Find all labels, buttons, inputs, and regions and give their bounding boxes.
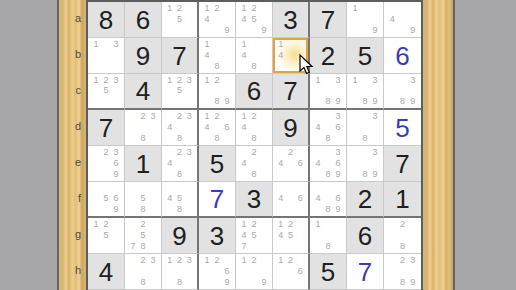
pencil-mark-3: 3 [333, 147, 343, 158]
pencil-mark-1: 1 [350, 75, 360, 86]
pencil-marks: 2578 [128, 219, 158, 252]
cell-f9[interactable]: 1 [384, 182, 421, 218]
cell-f2[interactable]: 58 [125, 182, 162, 218]
pencil-marks: 1238 [165, 255, 194, 288]
pencil-mark-6: 6 [333, 158, 343, 169]
cell-value-given: 6 [125, 2, 161, 37]
cell-h9[interactable]: 2389 [384, 254, 421, 290]
pencil-marks: 1235 [91, 75, 121, 107]
pencil-mark-3: 3 [148, 255, 158, 266]
cell-a8[interactable]: 19 [347, 2, 384, 38]
pencil-mark-9: 9 [222, 277, 232, 288]
pencil-mark-9: 9 [111, 169, 121, 180]
pencil-mark-2: 2 [175, 3, 185, 14]
pencil-mark-1: 1 [165, 3, 175, 14]
pencil-mark-4: 4 [313, 122, 323, 133]
wood-border-right [423, 0, 453, 290]
cell-e8[interactable]: 389 [347, 146, 384, 182]
pencil-mark-8: 8 [212, 96, 222, 107]
cell-g3[interactable]: 9 [162, 218, 199, 254]
pencil-mark-5: 5 [286, 230, 296, 241]
cell-value-given: 7 [88, 110, 124, 145]
pencil-mark-8: 8 [175, 277, 185, 288]
cell-e2[interactable]: 1 [125, 146, 162, 182]
pencil-marks: 1289 [202, 75, 232, 107]
pencil-mark-6: 6 [295, 158, 305, 169]
cell-value-given: 3 [273, 2, 308, 37]
pencil-mark-2: 2 [397, 255, 407, 266]
pencil-mark-1: 1 [91, 219, 101, 230]
cell-a5[interactable]: 12459 [236, 2, 273, 38]
pencil-mark-4: 4 [202, 50, 212, 61]
cell-h1[interactable]: 4 [88, 254, 125, 290]
pencil-mark-1: 1 [202, 39, 212, 50]
pencil-mark-3: 3 [333, 75, 343, 86]
pencil-mark-9: 9 [333, 169, 343, 180]
pencil-mark-2: 2 [212, 111, 222, 122]
pencil-mark-1: 1 [239, 255, 249, 266]
cell-value-given: 7 [310, 2, 346, 37]
pencil-mark-1: 1 [202, 75, 212, 86]
cell-c8[interactable]: 1389 [347, 74, 384, 110]
cell-value-given: 7 [384, 146, 421, 181]
pencil-mark-8: 8 [138, 204, 148, 215]
cell-f7[interactable]: 4689 [310, 182, 347, 218]
pencil-mark-8: 8 [249, 61, 259, 72]
pencil-mark-1: 1 [202, 255, 212, 266]
pencil-mark-3: 3 [408, 75, 418, 86]
pencil-mark-4: 4 [239, 14, 249, 25]
pencil-mark-1: 1 [239, 111, 249, 122]
pencil-mark-5: 5 [101, 86, 111, 97]
cell-g9[interactable]: 28 [384, 218, 421, 254]
cell-a4[interactable]: 1249 [199, 2, 236, 38]
pencil-mark-1: 1 [91, 75, 101, 86]
cell-c1[interactable]: 1235 [88, 74, 125, 110]
pencil-mark-2: 2 [249, 255, 259, 266]
pencil-mark-5: 5 [249, 230, 259, 241]
cell-a2[interactable]: 6 [125, 2, 162, 38]
pencil-mark-2: 2 [175, 255, 185, 266]
pencil-mark-6: 6 [295, 266, 305, 277]
cell-b3[interactable]: 7 [162, 38, 199, 74]
cell-d5[interactable]: 1248 [236, 110, 273, 146]
pencil-mark-8: 8 [175, 204, 185, 215]
pencil-mark-4: 4 [276, 194, 286, 205]
pencil-marks: 1389 [313, 75, 343, 107]
pencil-mark-8: 8 [323, 133, 333, 144]
pencil-mark-3: 3 [184, 255, 194, 266]
pencil-mark-8: 8 [138, 133, 148, 144]
cell-e4[interactable]: 5 [199, 146, 236, 182]
pencil-mark-8: 8 [138, 241, 148, 252]
cell-h6[interactable]: 126 [273, 254, 310, 290]
cell-b1[interactable]: 13 [88, 38, 125, 74]
cell-value-given: 4 [88, 254, 124, 289]
pencil-mark-3: 3 [111, 147, 121, 158]
cell-value-given: 7 [273, 74, 308, 108]
pencil-mark-4: 4 [239, 158, 249, 169]
row-label-e: e [59, 156, 81, 168]
pencil-mark-9: 9 [408, 96, 418, 107]
cell-b8[interactable]: 5 [347, 38, 384, 74]
cell-c9[interactable]: 389 [384, 74, 421, 110]
pencil-mark-2: 2 [175, 147, 185, 158]
pencil-marks: 12468 [202, 111, 232, 144]
cell-c2[interactable]: 4 [125, 74, 162, 110]
pencil-mark-6: 6 [111, 158, 121, 169]
pencil-mark-6: 6 [222, 122, 232, 133]
pencil-mark-3: 3 [333, 111, 343, 122]
cell-value-given: 9 [273, 110, 308, 145]
pencil-mark-1: 1 [313, 75, 323, 86]
cell-value-user: 6 [384, 38, 421, 73]
cell-b7[interactable]: 2 [310, 38, 347, 74]
sudoku-app-screen: abcdefgh 8612512491245937194913971481481… [0, 0, 516, 290]
pencil-marks: 58 [128, 183, 158, 215]
pencil-mark-5: 5 [175, 86, 185, 97]
pencil-mark-8: 8 [323, 169, 333, 180]
pencil-mark-8: 8 [397, 277, 407, 288]
cell-f8[interactable]: 2 [347, 182, 384, 218]
pencil-mark-8: 8 [249, 169, 259, 180]
pencil-mark-4: 4 [202, 122, 212, 133]
sudoku-board[interactable]: 8612512491245937194913971481481425612354… [86, 0, 423, 290]
cell-value-given: 8 [88, 2, 124, 37]
pencil-marks: 389 [350, 147, 380, 180]
pencil-mark-9: 9 [222, 25, 232, 36]
pencil-mark-2: 2 [249, 111, 259, 122]
cell-d4[interactable]: 12468 [199, 110, 236, 146]
pencil-marks: 18 [313, 219, 343, 252]
cell-value-given: 7 [162, 38, 197, 73]
pencil-mark-3: 3 [408, 255, 418, 266]
cell-a3[interactable]: 125 [162, 2, 199, 38]
pencil-mark-8: 8 [397, 96, 407, 107]
cell-b9[interactable]: 6 [384, 38, 421, 74]
pencil-mark-1: 1 [313, 219, 323, 230]
pencil-mark-1: 1 [350, 3, 360, 14]
cell-d7[interactable]: 3468 [310, 110, 347, 146]
pencil-mark-2: 2 [101, 219, 111, 230]
row-label-c: c [59, 84, 81, 96]
cell-value-given: 3 [199, 218, 235, 253]
cell-value-given: 6 [236, 74, 272, 108]
pencil-mark-5: 5 [101, 230, 111, 241]
pencil-mark-2: 2 [397, 219, 407, 230]
pencil-marks: 12457 [239, 219, 269, 252]
pencil-marks: 49 [387, 3, 418, 36]
cell-c5[interactable]: 6 [236, 74, 273, 110]
pencil-mark-2: 2 [286, 147, 296, 158]
pencil-mark-4: 4 [276, 230, 286, 241]
pencil-mark-2: 2 [286, 255, 296, 266]
pencil-mark-5: 5 [138, 194, 148, 205]
pencil-marks: 126 [276, 255, 305, 288]
cell-g1[interactable]: 125 [88, 218, 125, 254]
pencil-mark-2: 2 [212, 75, 222, 86]
cell-g6[interactable]: 1245 [273, 218, 310, 254]
pencil-mark-7: 7 [239, 241, 249, 252]
pencil-mark-4: 4 [313, 158, 323, 169]
pencil-marks: 125 [165, 3, 194, 36]
pencil-mark-3: 3 [370, 75, 380, 86]
cell-value-given: 1 [125, 146, 161, 181]
cell-g8[interactable]: 6 [347, 218, 384, 254]
pencil-mark-3: 3 [370, 111, 380, 122]
cell-d2[interactable]: 238 [125, 110, 162, 146]
cell-e3[interactable]: 2348 [162, 146, 199, 182]
pencil-mark-2: 2 [138, 255, 148, 266]
cell-value-given: 1 [384, 182, 421, 216]
cell-g5[interactable]: 12457 [236, 218, 273, 254]
pencil-marks: 1269 [202, 255, 232, 288]
pencil-mark-2: 2 [175, 75, 185, 86]
pencil-mark-3: 3 [148, 111, 158, 122]
pencil-mark-1: 1 [276, 219, 286, 230]
cell-value-given: 2 [347, 182, 383, 216]
cell-c3[interactable]: 1235 [162, 74, 199, 110]
pencil-mark-3: 3 [111, 39, 121, 50]
pencil-mark-1: 1 [91, 39, 101, 50]
pencil-marks: 2348 [165, 111, 194, 144]
pencil-mark-3: 3 [184, 75, 194, 86]
pencil-mark-2: 2 [138, 111, 148, 122]
cell-e7[interactable]: 34689 [310, 146, 347, 182]
pencil-mark-8: 8 [397, 241, 407, 252]
pencil-mark-5: 5 [175, 14, 185, 25]
pencil-marks: 458 [165, 183, 194, 215]
pencil-marks: 38 [350, 111, 380, 144]
row-label-b: b [59, 48, 81, 60]
cell-f6[interactable]: 46 [273, 182, 310, 218]
pencil-mark-1: 1 [239, 39, 249, 50]
pencil-mark-8: 8 [360, 169, 370, 180]
pencil-mark-2: 2 [286, 219, 296, 230]
pencil-mark-3: 3 [184, 147, 194, 158]
pencil-mark-6: 6 [295, 194, 305, 205]
cell-e6[interactable]: 246 [273, 146, 310, 182]
pencil-mark-2: 2 [138, 219, 148, 230]
pencil-mark-5: 5 [249, 14, 259, 25]
row-label-f: f [59, 192, 81, 204]
pencil-mark-3: 3 [370, 147, 380, 158]
pencil-mark-4: 4 [276, 158, 286, 169]
pencil-mark-2: 2 [101, 147, 111, 158]
cell-h3[interactable]: 1238 [162, 254, 199, 290]
cell-c7[interactable]: 1389 [310, 74, 347, 110]
pencil-mark-8: 8 [249, 133, 259, 144]
pencil-marks: 1249 [202, 3, 232, 36]
pencil-mark-9: 9 [408, 277, 418, 288]
cell-a6[interactable]: 3 [273, 2, 310, 38]
cell-value-given: 4 [125, 74, 161, 108]
pencil-mark-6: 6 [111, 194, 121, 205]
pencil-marks: 34689 [313, 147, 343, 180]
cell-e1[interactable]: 2369 [88, 146, 125, 182]
pencil-mark-4: 4 [313, 194, 323, 205]
pencil-mark-5: 5 [138, 230, 148, 241]
pencil-marks: 246 [276, 147, 305, 180]
pencil-marks: 148 [239, 39, 269, 72]
pencil-mark-4: 4 [276, 50, 286, 61]
pencil-mark-1: 1 [165, 255, 175, 266]
pencil-mark-1: 1 [202, 111, 212, 122]
pencil-marks: 125 [91, 219, 121, 252]
pencil-mark-4: 4 [239, 230, 249, 241]
pencil-marks: 389 [387, 75, 418, 107]
pencil-mark-4: 4 [239, 122, 249, 133]
pencil-mark-8: 8 [175, 169, 185, 180]
cell-value-given: 5 [310, 254, 346, 289]
pencil-mark-8: 8 [360, 96, 370, 107]
cell-h2[interactable]: 238 [125, 254, 162, 290]
row-label-d: d [59, 120, 81, 132]
cell-e5[interactable]: 248 [236, 146, 273, 182]
cell-value-given: 2 [310, 38, 346, 73]
pencil-mark-9: 9 [259, 277, 269, 288]
pencil-mark-8: 8 [212, 133, 222, 144]
cell-h5[interactable]: 129 [236, 254, 273, 290]
pencil-marks: 1389 [350, 75, 380, 107]
pencil-mark-2: 2 [249, 3, 259, 14]
pencil-mark-9: 9 [333, 96, 343, 107]
pencil-marks: 28 [387, 219, 418, 252]
pencil-mark-4: 4 [387, 14, 397, 25]
pencil-mark-1: 1 [202, 3, 212, 14]
pencil-marks: 12459 [239, 3, 269, 36]
pencil-marks: 2348 [165, 147, 194, 180]
pencil-mark-9: 9 [111, 204, 121, 215]
pencil-marks: 19 [350, 3, 380, 36]
pencil-marks: 46 [276, 183, 305, 215]
pencil-mark-6: 6 [222, 266, 232, 277]
cell-a1[interactable]: 8 [88, 2, 125, 38]
cell-value-user: 7 [199, 182, 235, 216]
cell-a7[interactable]: 7 [310, 2, 347, 38]
pencil-mark-9: 9 [370, 25, 380, 36]
cell-d6[interactable]: 9 [273, 110, 310, 146]
pencil-mark-9: 9 [370, 96, 380, 107]
cell-f1[interactable]: 569 [88, 182, 125, 218]
row-label-a: a [59, 12, 81, 24]
pencil-mark-2: 2 [212, 255, 222, 266]
pencil-mark-7: 7 [128, 241, 138, 252]
row-label-g: g [59, 228, 81, 240]
pencil-mark-8: 8 [323, 96, 333, 107]
cell-g4[interactable]: 3 [199, 218, 236, 254]
pencil-marks: 238 [128, 111, 158, 144]
pencil-mark-8: 8 [212, 61, 222, 72]
cell-a9[interactable]: 49 [384, 2, 421, 38]
cell-f4[interactable]: 7 [199, 182, 236, 218]
cell-e9[interactable]: 7 [384, 146, 421, 182]
pencil-mark-1: 1 [276, 39, 286, 50]
cell-h7[interactable]: 5 [310, 254, 347, 290]
cell-c6[interactable]: 7 [273, 74, 310, 110]
cell-h4[interactable]: 1269 [199, 254, 236, 290]
cell-d3[interactable]: 2348 [162, 110, 199, 146]
pencil-mark-6: 6 [333, 122, 343, 133]
cell-b2[interactable]: 9 [125, 38, 162, 74]
pencil-marks: 1245 [276, 219, 305, 252]
cell-d8[interactable]: 38 [347, 110, 384, 146]
pencil-mark-5: 5 [101, 194, 111, 205]
pencil-marks: 148 [202, 39, 232, 72]
pencil-mark-9: 9 [408, 25, 418, 36]
cell-d9[interactable]: 5 [384, 110, 421, 146]
pencil-mark-8: 8 [323, 241, 333, 252]
cell-f5[interactable]: 3 [236, 182, 273, 218]
pencil-mark-8: 8 [360, 133, 370, 144]
cell-g2[interactable]: 2578 [125, 218, 162, 254]
pencil-mark-8: 8 [138, 277, 148, 288]
row-label-column: abcdefgh [59, 0, 86, 290]
pencil-mark-6: 6 [333, 194, 343, 205]
pencil-mark-2: 2 [101, 75, 111, 86]
pencil-marks: 13 [91, 39, 121, 72]
pencil-mark-4: 4 [165, 158, 175, 169]
cell-f3[interactable]: 458 [162, 182, 199, 218]
pencil-mark-2: 2 [249, 147, 259, 158]
pencil-marks: 1235 [165, 75, 194, 107]
pencil-mark-4: 4 [165, 194, 175, 205]
pencil-mark-8: 8 [175, 133, 185, 144]
pencil-mark-1: 1 [276, 255, 286, 266]
mouse-cursor-icon [299, 54, 315, 76]
pencil-mark-1: 1 [239, 219, 249, 230]
cell-value-given: 6 [347, 218, 383, 253]
right-window-edge [453, 0, 455, 290]
pencil-mark-2: 2 [175, 111, 185, 122]
pencil-marks: 569 [91, 183, 121, 215]
row-label-h: h [59, 264, 81, 276]
pencil-mark-4: 4 [239, 50, 249, 61]
cell-b4[interactable]: 148 [199, 38, 236, 74]
pencil-mark-2: 2 [249, 219, 259, 230]
pencil-marks: 2389 [387, 255, 418, 288]
pencil-mark-4: 4 [202, 14, 212, 25]
cell-value-user: 7 [347, 254, 383, 289]
cell-b5[interactable]: 148 [236, 38, 273, 74]
cell-value-given: 9 [162, 218, 197, 253]
cell-value-given: 5 [199, 146, 235, 181]
cell-h8[interactable]: 7 [347, 254, 384, 290]
cell-c4[interactable]: 1289 [199, 74, 236, 110]
pencil-mark-9: 9 [222, 96, 232, 107]
pencil-mark-9: 9 [370, 169, 380, 180]
pencil-marks: 4689 [313, 183, 343, 215]
pencil-mark-9: 9 [333, 204, 343, 215]
cell-g7[interactable]: 18 [310, 218, 347, 254]
pencil-marks: 1248 [239, 111, 269, 144]
cell-value-given: 3 [236, 182, 272, 216]
pencil-mark-4: 4 [165, 122, 175, 133]
pencil-marks: 248 [239, 147, 269, 180]
cell-value-user: 5 [384, 110, 421, 145]
pencil-mark-3: 3 [111, 75, 121, 86]
pencil-mark-8: 8 [323, 204, 333, 215]
pencil-marks: 2369 [91, 147, 121, 180]
pencil-mark-1: 1 [165, 75, 175, 86]
pencil-marks: 238 [128, 255, 158, 288]
pencil-mark-2: 2 [212, 3, 222, 14]
cell-value-given: 9 [125, 38, 161, 73]
pencil-mark-1: 1 [239, 3, 249, 14]
cell-d1[interactable]: 7 [88, 110, 125, 146]
pencil-mark-5: 5 [175, 194, 185, 205]
cell-value-given: 5 [347, 38, 383, 73]
